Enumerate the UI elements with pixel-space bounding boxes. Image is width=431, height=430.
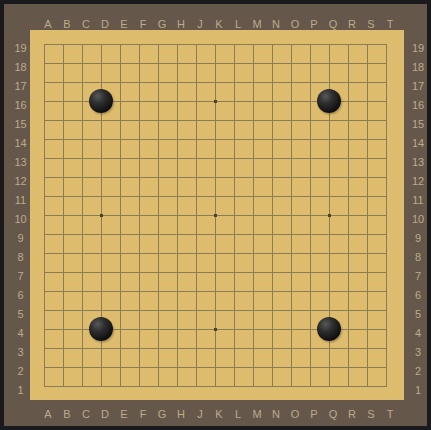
intersection-S10[interactable] [358,206,377,225]
intersection-B4[interactable] [54,320,73,339]
intersection-T7[interactable] [377,263,396,282]
intersection-P14[interactable] [301,130,320,149]
intersection-L11[interactable] [225,187,244,206]
intersection-F17[interactable] [130,73,149,92]
intersection-P7[interactable] [301,263,320,282]
intersection-D2[interactable] [92,358,111,377]
intersection-E5[interactable] [111,301,130,320]
intersection-G9[interactable] [149,225,168,244]
intersection-H9[interactable] [168,225,187,244]
intersection-B19[interactable] [54,35,73,54]
intersection-P9[interactable] [301,225,320,244]
intersection-Q16[interactable] [320,92,339,111]
intersection-F19[interactable] [130,35,149,54]
intersection-Q14[interactable] [320,130,339,149]
intersection-S1[interactable] [358,377,377,396]
intersection-O11[interactable] [282,187,301,206]
intersection-N17[interactable] [263,73,282,92]
intersection-O12[interactable] [282,168,301,187]
intersection-T16[interactable] [377,92,396,111]
intersection-F6[interactable] [130,282,149,301]
intersection-C8[interactable] [73,244,92,263]
intersection-E1[interactable] [111,377,130,396]
intersection-O9[interactable] [282,225,301,244]
intersection-C19[interactable] [73,35,92,54]
intersection-L15[interactable] [225,111,244,130]
intersection-C3[interactable] [73,339,92,358]
intersection-G2[interactable] [149,358,168,377]
intersection-L7[interactable] [225,263,244,282]
intersection-T19[interactable] [377,35,396,54]
intersection-J18[interactable] [187,54,206,73]
intersection-H12[interactable] [168,168,187,187]
intersection-J2[interactable] [187,358,206,377]
intersection-Q13[interactable] [320,149,339,168]
intersection-M9[interactable] [244,225,263,244]
intersection-M6[interactable] [244,282,263,301]
intersection-J3[interactable] [187,339,206,358]
intersection-B12[interactable] [54,168,73,187]
intersection-M3[interactable] [244,339,263,358]
intersection-K8[interactable] [206,244,225,263]
intersection-O8[interactable] [282,244,301,263]
intersection-O14[interactable] [282,130,301,149]
intersection-H3[interactable] [168,339,187,358]
intersection-K14[interactable] [206,130,225,149]
intersection-K2[interactable] [206,358,225,377]
intersection-P11[interactable] [301,187,320,206]
intersection-Q19[interactable] [320,35,339,54]
intersection-M2[interactable] [244,358,263,377]
intersection-D4[interactable] [92,320,111,339]
intersection-G1[interactable] [149,377,168,396]
intersection-G19[interactable] [149,35,168,54]
intersection-H6[interactable] [168,282,187,301]
intersection-M8[interactable] [244,244,263,263]
intersection-F5[interactable] [130,301,149,320]
intersection-E3[interactable] [111,339,130,358]
intersection-A19[interactable] [35,35,54,54]
intersection-F10[interactable] [130,206,149,225]
intersection-P2[interactable] [301,358,320,377]
intersection-P3[interactable] [301,339,320,358]
intersection-J14[interactable] [187,130,206,149]
intersection-T10[interactable] [377,206,396,225]
intersection-R1[interactable] [339,377,358,396]
intersection-H7[interactable] [168,263,187,282]
intersection-Q4[interactable] [320,320,339,339]
intersection-T6[interactable] [377,282,396,301]
intersection-A14[interactable] [35,130,54,149]
intersection-E18[interactable] [111,54,130,73]
intersection-S7[interactable] [358,263,377,282]
intersection-T9[interactable] [377,225,396,244]
intersection-D10[interactable] [92,206,111,225]
intersection-H1[interactable] [168,377,187,396]
intersection-H16[interactable] [168,92,187,111]
intersection-A6[interactable] [35,282,54,301]
intersection-C14[interactable] [73,130,92,149]
intersection-N18[interactable] [263,54,282,73]
intersection-K16[interactable] [206,92,225,111]
intersection-G3[interactable] [149,339,168,358]
intersection-B1[interactable] [54,377,73,396]
intersection-F15[interactable] [130,111,149,130]
intersection-A4[interactable] [35,320,54,339]
intersection-T14[interactable] [377,130,396,149]
intersection-R17[interactable] [339,73,358,92]
intersection-M5[interactable] [244,301,263,320]
intersection-N1[interactable] [263,377,282,396]
intersection-D9[interactable] [92,225,111,244]
intersection-G7[interactable] [149,263,168,282]
intersection-C17[interactable] [73,73,92,92]
intersection-F2[interactable] [130,358,149,377]
intersection-E17[interactable] [111,73,130,92]
intersection-R8[interactable] [339,244,358,263]
intersection-L8[interactable] [225,244,244,263]
intersection-K1[interactable] [206,377,225,396]
intersection-F18[interactable] [130,54,149,73]
intersection-A3[interactable] [35,339,54,358]
intersection-J16[interactable] [187,92,206,111]
intersection-N7[interactable] [263,263,282,282]
intersection-K10[interactable] [206,206,225,225]
intersection-A18[interactable] [35,54,54,73]
intersection-L10[interactable] [225,206,244,225]
intersection-Q6[interactable] [320,282,339,301]
intersection-B11[interactable] [54,187,73,206]
intersection-K19[interactable] [206,35,225,54]
intersection-C5[interactable] [73,301,92,320]
intersection-G17[interactable] [149,73,168,92]
intersection-G13[interactable] [149,149,168,168]
intersection-J10[interactable] [187,206,206,225]
intersection-F16[interactable] [130,92,149,111]
intersection-K15[interactable] [206,111,225,130]
intersection-O10[interactable] [282,206,301,225]
intersection-Q11[interactable] [320,187,339,206]
intersection-G14[interactable] [149,130,168,149]
intersection-A12[interactable] [35,168,54,187]
intersection-L14[interactable] [225,130,244,149]
intersection-R12[interactable] [339,168,358,187]
intersection-L12[interactable] [225,168,244,187]
intersection-J5[interactable] [187,301,206,320]
intersection-A17[interactable] [35,73,54,92]
intersection-H10[interactable] [168,206,187,225]
intersection-P12[interactable] [301,168,320,187]
intersection-H14[interactable] [168,130,187,149]
intersection-L4[interactable] [225,320,244,339]
intersection-R10[interactable] [339,206,358,225]
intersection-E10[interactable] [111,206,130,225]
intersection-A8[interactable] [35,244,54,263]
intersection-M13[interactable] [244,149,263,168]
intersection-J19[interactable] [187,35,206,54]
intersection-F1[interactable] [130,377,149,396]
intersection-S8[interactable] [358,244,377,263]
intersection-D13[interactable] [92,149,111,168]
intersection-C7[interactable] [73,263,92,282]
intersection-F11[interactable] [130,187,149,206]
intersection-L16[interactable] [225,92,244,111]
intersection-K5[interactable] [206,301,225,320]
intersection-L6[interactable] [225,282,244,301]
intersection-A15[interactable] [35,111,54,130]
intersection-C15[interactable] [73,111,92,130]
intersection-F14[interactable] [130,130,149,149]
intersection-T18[interactable] [377,54,396,73]
intersection-H4[interactable] [168,320,187,339]
intersection-D12[interactable] [92,168,111,187]
intersection-S9[interactable] [358,225,377,244]
intersection-F7[interactable] [130,263,149,282]
intersection-E13[interactable] [111,149,130,168]
intersection-H5[interactable] [168,301,187,320]
intersection-J6[interactable] [187,282,206,301]
intersection-O18[interactable] [282,54,301,73]
intersection-J7[interactable] [187,263,206,282]
intersection-R3[interactable] [339,339,358,358]
intersection-J13[interactable] [187,149,206,168]
intersection-A11[interactable] [35,187,54,206]
intersection-D6[interactable] [92,282,111,301]
intersection-S6[interactable] [358,282,377,301]
intersection-L17[interactable] [225,73,244,92]
intersection-R16[interactable] [339,92,358,111]
intersection-K18[interactable] [206,54,225,73]
intersection-E7[interactable] [111,263,130,282]
intersection-O7[interactable] [282,263,301,282]
intersection-L1[interactable] [225,377,244,396]
intersection-K3[interactable] [206,339,225,358]
intersection-R15[interactable] [339,111,358,130]
intersection-P6[interactable] [301,282,320,301]
intersection-D11[interactable] [92,187,111,206]
intersection-M4[interactable] [244,320,263,339]
intersection-E15[interactable] [111,111,130,130]
intersection-G15[interactable] [149,111,168,130]
intersection-T5[interactable] [377,301,396,320]
intersection-B7[interactable] [54,263,73,282]
intersection-E8[interactable] [111,244,130,263]
intersection-Q15[interactable] [320,111,339,130]
intersection-S15[interactable] [358,111,377,130]
intersection-N16[interactable] [263,92,282,111]
intersection-B18[interactable] [54,54,73,73]
intersection-G12[interactable] [149,168,168,187]
intersection-Q8[interactable] [320,244,339,263]
intersection-P10[interactable] [301,206,320,225]
intersection-C1[interactable] [73,377,92,396]
intersection-Q12[interactable] [320,168,339,187]
intersection-S13[interactable] [358,149,377,168]
intersection-C6[interactable] [73,282,92,301]
intersection-J17[interactable] [187,73,206,92]
intersection-H13[interactable] [168,149,187,168]
intersection-E11[interactable] [111,187,130,206]
intersection-G11[interactable] [149,187,168,206]
intersection-E12[interactable] [111,168,130,187]
intersection-P8[interactable] [301,244,320,263]
intersection-T2[interactable] [377,358,396,377]
intersection-B3[interactable] [54,339,73,358]
intersection-B15[interactable] [54,111,73,130]
intersection-N9[interactable] [263,225,282,244]
intersection-C13[interactable] [73,149,92,168]
intersection-J12[interactable] [187,168,206,187]
intersection-L18[interactable] [225,54,244,73]
intersection-E19[interactable] [111,35,130,54]
intersection-M10[interactable] [244,206,263,225]
intersection-C12[interactable] [73,168,92,187]
intersection-P1[interactable] [301,377,320,396]
intersection-S11[interactable] [358,187,377,206]
intersection-J8[interactable] [187,244,206,263]
intersection-K6[interactable] [206,282,225,301]
intersection-N12[interactable] [263,168,282,187]
intersection-G16[interactable] [149,92,168,111]
intersection-R5[interactable] [339,301,358,320]
intersection-H18[interactable] [168,54,187,73]
intersection-S16[interactable] [358,92,377,111]
intersection-B8[interactable] [54,244,73,263]
intersection-K12[interactable] [206,168,225,187]
intersection-S17[interactable] [358,73,377,92]
intersection-F3[interactable] [130,339,149,358]
intersection-B14[interactable] [54,130,73,149]
intersection-M12[interactable] [244,168,263,187]
intersection-N5[interactable] [263,301,282,320]
intersection-S2[interactable] [358,358,377,377]
intersection-T12[interactable] [377,168,396,187]
intersection-M16[interactable] [244,92,263,111]
intersection-A7[interactable] [35,263,54,282]
intersection-O13[interactable] [282,149,301,168]
intersection-J11[interactable] [187,187,206,206]
intersection-R18[interactable] [339,54,358,73]
intersection-E2[interactable] [111,358,130,377]
intersection-N6[interactable] [263,282,282,301]
intersection-G4[interactable] [149,320,168,339]
intersection-K13[interactable] [206,149,225,168]
intersection-K4[interactable] [206,320,225,339]
intersection-P15[interactable] [301,111,320,130]
intersection-D14[interactable] [92,130,111,149]
intersection-M17[interactable] [244,73,263,92]
intersection-N11[interactable] [263,187,282,206]
intersection-O4[interactable] [282,320,301,339]
intersection-L13[interactable] [225,149,244,168]
intersection-O15[interactable] [282,111,301,130]
intersection-Q10[interactable] [320,206,339,225]
intersection-S18[interactable] [358,54,377,73]
intersection-Q2[interactable] [320,358,339,377]
intersection-H11[interactable] [168,187,187,206]
intersection-N8[interactable] [263,244,282,263]
intersection-O5[interactable] [282,301,301,320]
intersection-C2[interactable] [73,358,92,377]
intersection-Q1[interactable] [320,377,339,396]
intersection-B10[interactable] [54,206,73,225]
intersection-M19[interactable] [244,35,263,54]
intersection-L2[interactable] [225,358,244,377]
intersection-S3[interactable] [358,339,377,358]
intersection-C11[interactable] [73,187,92,206]
intersection-A5[interactable] [35,301,54,320]
intersection-B2[interactable] [54,358,73,377]
intersection-T3[interactable] [377,339,396,358]
intersection-J1[interactable] [187,377,206,396]
intersection-H8[interactable] [168,244,187,263]
intersection-M7[interactable] [244,263,263,282]
intersection-G6[interactable] [149,282,168,301]
intersection-T8[interactable] [377,244,396,263]
intersection-R14[interactable] [339,130,358,149]
intersection-Q7[interactable] [320,263,339,282]
intersection-S19[interactable] [358,35,377,54]
intersection-M11[interactable] [244,187,263,206]
intersection-R9[interactable] [339,225,358,244]
intersection-H2[interactable] [168,358,187,377]
intersection-N4[interactable] [263,320,282,339]
intersection-R6[interactable] [339,282,358,301]
intersection-Q3[interactable] [320,339,339,358]
intersection-O16[interactable] [282,92,301,111]
intersection-N13[interactable] [263,149,282,168]
intersection-S5[interactable] [358,301,377,320]
intersection-T13[interactable] [377,149,396,168]
intersection-F13[interactable] [130,149,149,168]
intersection-A16[interactable] [35,92,54,111]
intersection-B5[interactable] [54,301,73,320]
intersection-S4[interactable] [358,320,377,339]
intersection-B13[interactable] [54,149,73,168]
intersection-B16[interactable] [54,92,73,111]
intersection-F9[interactable] [130,225,149,244]
intersection-H19[interactable] [168,35,187,54]
intersection-R4[interactable] [339,320,358,339]
intersection-E16[interactable] [111,92,130,111]
intersection-R13[interactable] [339,149,358,168]
intersection-A2[interactable] [35,358,54,377]
intersection-T15[interactable] [377,111,396,130]
intersection-C9[interactable] [73,225,92,244]
intersection-J9[interactable] [187,225,206,244]
intersection-R7[interactable] [339,263,358,282]
intersection-D3[interactable] [92,339,111,358]
intersection-N10[interactable] [263,206,282,225]
intersection-G5[interactable] [149,301,168,320]
intersection-D16[interactable] [92,92,111,111]
intersection-B6[interactable] [54,282,73,301]
intersection-J4[interactable] [187,320,206,339]
intersection-D15[interactable] [92,111,111,130]
intersection-M18[interactable] [244,54,263,73]
intersection-R2[interactable] [339,358,358,377]
intersection-B17[interactable] [54,73,73,92]
intersection-G8[interactable] [149,244,168,263]
intersection-L19[interactable] [225,35,244,54]
intersection-R19[interactable] [339,35,358,54]
intersection-A13[interactable] [35,149,54,168]
intersection-E14[interactable] [111,130,130,149]
intersection-O6[interactable] [282,282,301,301]
intersection-S12[interactable] [358,168,377,187]
intersection-S14[interactable] [358,130,377,149]
intersection-F4[interactable] [130,320,149,339]
